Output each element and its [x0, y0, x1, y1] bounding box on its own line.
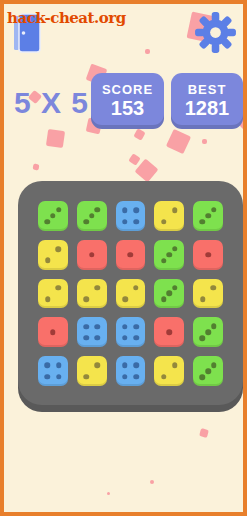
pip	[122, 363, 128, 369]
die-blue-4[interactable]	[116, 356, 146, 386]
die-red-1[interactable]	[38, 317, 68, 347]
pip	[205, 252, 211, 258]
pip	[83, 324, 89, 330]
die-green-3[interactable]	[154, 240, 184, 270]
pip	[200, 219, 206, 225]
die-yellow-2[interactable]	[193, 279, 223, 309]
pip	[167, 330, 173, 336]
pip	[45, 258, 51, 264]
pip	[200, 374, 206, 380]
pip	[161, 297, 167, 303]
pip	[95, 335, 101, 341]
pip	[211, 285, 217, 291]
pip	[133, 324, 139, 330]
pip	[84, 296, 90, 302]
pip	[122, 296, 128, 302]
confetti-square	[107, 492, 110, 495]
die-yellow-2[interactable]	[38, 240, 68, 270]
pip	[89, 213, 95, 219]
pip	[167, 252, 173, 258]
die-blue-4[interactable]	[116, 317, 146, 347]
pip	[205, 330, 211, 336]
pip	[94, 363, 100, 369]
score-label: SCORE	[102, 83, 153, 98]
die-yellow-2[interactable]	[38, 279, 68, 309]
die-red-1[interactable]	[77, 240, 107, 270]
pip	[44, 363, 50, 369]
die-green-3[interactable]	[77, 201, 107, 231]
pip	[56, 363, 62, 369]
pip	[45, 296, 51, 302]
die-green-3[interactable]	[193, 201, 223, 231]
die-green-3[interactable]	[154, 279, 184, 309]
best-label: BEST	[188, 83, 227, 98]
pip	[133, 335, 139, 341]
die-red-1[interactable]	[154, 317, 184, 347]
dice-grid	[38, 201, 223, 386]
die-blue-4[interactable]	[38, 356, 68, 386]
confetti-square	[33, 164, 40, 171]
pip	[161, 374, 167, 380]
die-green-3[interactable]	[193, 356, 223, 386]
die-yellow-2[interactable]	[77, 279, 107, 309]
die-red-1[interactable]	[193, 240, 223, 270]
watermark-text: hack-cheat.org	[7, 9, 126, 27]
pip	[122, 324, 128, 330]
confetti-square	[133, 128, 145, 140]
die-green-3[interactable]	[38, 201, 68, 231]
pip	[167, 291, 173, 297]
settings-gear-icon[interactable]	[194, 11, 237, 54]
pip	[44, 374, 50, 380]
pip	[89, 252, 95, 258]
pip	[211, 324, 217, 330]
confetti-square	[46, 129, 65, 148]
pip	[56, 285, 62, 291]
die-yellow-2[interactable]	[154, 201, 184, 231]
pip	[122, 219, 128, 225]
pip	[84, 374, 90, 380]
pip	[172, 363, 178, 369]
pip	[95, 207, 101, 213]
pip	[211, 362, 217, 368]
die-blue-4[interactable]	[77, 317, 107, 347]
confetti-square	[128, 153, 141, 166]
board-size-title: 5 X 5	[14, 86, 89, 120]
game-board	[18, 181, 243, 412]
pip	[205, 368, 211, 374]
die-red-1[interactable]	[116, 240, 146, 270]
best-badge: BEST 1281	[171, 73, 243, 129]
pip	[122, 207, 128, 213]
score-value: 153	[111, 97, 144, 120]
die-blue-4[interactable]	[116, 201, 146, 231]
pip	[50, 213, 56, 219]
die-yellow-2[interactable]	[77, 356, 107, 386]
best-value: 1281	[185, 97, 230, 120]
pip	[122, 335, 128, 341]
pip	[44, 219, 50, 225]
confetti-square	[166, 129, 191, 154]
game-screen: hack-cheat.org 5 X 5 SCORE 153 BEST 1281	[0, 0, 247, 516]
score-badge: SCORE 153	[91, 73, 164, 129]
confetti-square	[202, 139, 207, 144]
pip	[94, 285, 100, 291]
confetti-square	[199, 428, 209, 438]
pip	[172, 285, 178, 291]
pip	[83, 335, 89, 341]
pip	[56, 374, 62, 380]
pip	[172, 207, 178, 213]
pip	[133, 207, 139, 213]
pip	[133, 363, 139, 369]
pip	[205, 213, 211, 219]
pip	[56, 246, 62, 252]
die-yellow-2[interactable]	[154, 356, 184, 386]
pip	[161, 258, 167, 264]
die-green-3[interactable]	[193, 317, 223, 347]
pip	[56, 207, 62, 213]
confetti-square	[145, 49, 150, 54]
confetti-square	[150, 480, 154, 484]
pip	[133, 219, 139, 225]
pip	[128, 252, 134, 258]
pip	[200, 296, 206, 302]
pip	[133, 374, 139, 380]
pip	[122, 374, 128, 380]
pip	[133, 285, 139, 291]
pip	[200, 335, 206, 341]
pip	[50, 330, 56, 336]
pip	[211, 207, 217, 213]
die-yellow-2[interactable]	[116, 279, 146, 309]
pip	[95, 324, 101, 330]
pip	[83, 219, 89, 225]
pip	[172, 246, 178, 252]
pip	[161, 219, 167, 225]
